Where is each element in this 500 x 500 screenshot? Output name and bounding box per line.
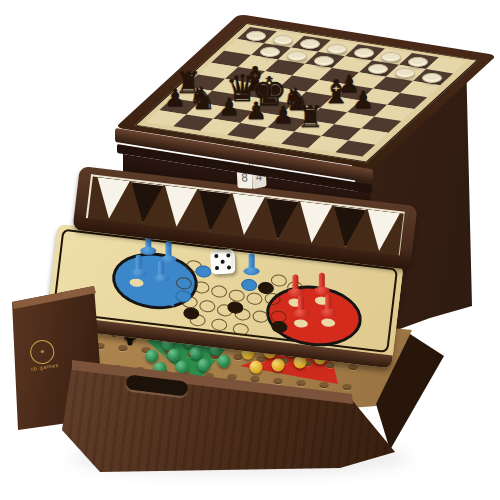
board-hole [234,354,243,360]
ludo-peg-red[interactable] [314,273,330,295]
backgammon-point [261,197,299,241]
peg-base [140,247,156,255]
board-hole [280,358,289,364]
die-pip [226,253,230,257]
board-hole [188,351,197,357]
backgammon-point [295,201,333,245]
die-pip [221,260,225,264]
board-hole [211,353,220,359]
die-pip [227,265,231,269]
peg-base [320,309,336,317]
die-pip [214,254,218,258]
board-hole [165,349,174,355]
peg-base [244,267,260,275]
board-hole [274,378,283,384]
backgammon-point [193,189,231,233]
ludo-peg-blue[interactable] [131,255,147,277]
backgammon-point [362,209,400,253]
peg-base [293,309,309,317]
product-photo: ⚭ cb games 64 8 4 ♟♝♝♟♜♛♚♞♟♞♟♟♟♜ [0,0,500,500]
backgammon-point [227,193,265,237]
board-hole [349,364,358,370]
backgammon-point [160,185,198,229]
ludo-peg-red[interactable] [293,295,309,317]
brand-logo-text: cb games [29,362,60,373]
board-hole [303,360,312,366]
ludo-die[interactable] [210,249,235,274]
die-pip [215,266,219,270]
ludo-peg-blue[interactable] [244,253,260,275]
board-hole [297,380,306,386]
board-hole [326,362,335,368]
ludo-peg-red[interactable] [320,295,336,317]
backgammon-point [126,181,164,225]
ludo-arrow-icon [161,297,174,309]
board-hole [251,376,260,382]
ludo-peg-blue[interactable] [153,261,169,283]
ludo-peg-red[interactable] [287,275,303,297]
peg-base [131,269,147,277]
board-hole [142,347,151,353]
peg-base [314,287,330,295]
backgammon-point [328,205,366,249]
backgammon-point [92,177,130,221]
board-hole [343,384,352,390]
board-hole [320,382,329,388]
board-hole [257,356,266,362]
peg-base [153,275,169,283]
brand-logo: ⚭ cb games [26,338,61,376]
board-hole [119,345,128,351]
